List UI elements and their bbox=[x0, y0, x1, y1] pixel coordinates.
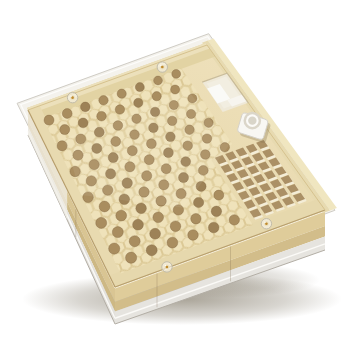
queen-rearing-box-photo bbox=[0, 0, 360, 360]
product-svg bbox=[0, 0, 360, 360]
